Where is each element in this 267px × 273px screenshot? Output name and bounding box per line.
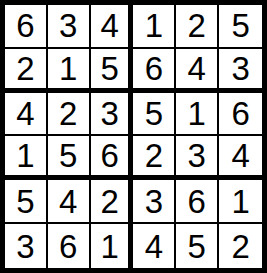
cell-digit: 4	[188, 52, 206, 85]
cell-digit: 3	[59, 9, 77, 42]
sudoku-cell-r1c5[interactable]: 2	[176, 5, 219, 49]
sudoku-cell-r6c1[interactable]: 3	[5, 224, 48, 268]
sudoku-cell-r4c6[interactable]: 4	[219, 136, 262, 180]
cell-digit: 5	[145, 97, 163, 130]
cell-digit: 6	[231, 97, 249, 130]
sudoku-cell-r6c5[interactable]: 5	[176, 224, 219, 268]
cell-digit: 6	[100, 139, 118, 172]
cell-digit: 6	[16, 9, 34, 42]
sudoku-cell-r1c1[interactable]: 6	[5, 5, 48, 49]
cell-digit: 1	[59, 52, 77, 85]
sudoku-cell-r2c6[interactable]: 3	[219, 49, 262, 93]
cell-digit: 4	[16, 97, 34, 130]
cell-digit: 2	[188, 9, 206, 42]
cell-digit: 2	[231, 230, 249, 263]
sudoku-cell-r4c5[interactable]: 3	[176, 136, 219, 180]
cell-digit: 5	[100, 52, 118, 85]
sudoku-cell-r2c3[interactable]: 5	[91, 49, 134, 93]
cell-digit: 4	[231, 139, 249, 172]
sudoku-cell-r2c5[interactable]: 4	[176, 49, 219, 93]
cell-digit: 3	[188, 139, 206, 172]
cell-digit: 5	[188, 230, 206, 263]
sudoku-cell-r1c6[interactable]: 5	[219, 5, 262, 49]
sudoku-cell-r5c1[interactable]: 5	[5, 180, 48, 224]
sudoku-cell-r6c6[interactable]: 2	[219, 224, 262, 268]
cell-digit: 4	[59, 185, 77, 218]
sudoku-cell-r3c3[interactable]: 3	[91, 93, 134, 137]
sudoku-cell-r1c3[interactable]: 4	[91, 5, 134, 49]
sudoku-cell-r2c2[interactable]: 1	[48, 49, 91, 93]
sudoku-cell-r6c4[interactable]: 4	[133, 224, 176, 268]
sudoku-cell-r2c4[interactable]: 6	[133, 49, 176, 93]
cell-digit: 1	[16, 139, 34, 172]
sudoku-cell-r6c2[interactable]: 6	[48, 224, 91, 268]
cell-digit: 5	[59, 139, 77, 172]
sudoku-cell-r5c3[interactable]: 2	[91, 180, 134, 224]
cell-digit: 4	[145, 230, 163, 263]
cell-digit: 3	[231, 52, 249, 85]
cell-digit: 6	[145, 52, 163, 85]
cell-digit: 1	[188, 97, 206, 130]
sudoku-cell-r4c2[interactable]: 5	[48, 136, 91, 180]
cell-digit: 1	[231, 185, 249, 218]
sudoku-cell-r4c4[interactable]: 2	[133, 136, 176, 180]
sudoku-cell-r3c4[interactable]: 5	[133, 93, 176, 137]
sudoku-cell-r1c4[interactable]: 1	[133, 5, 176, 49]
cell-digit: 2	[145, 139, 163, 172]
cell-digit: 4	[100, 9, 118, 42]
sudoku-cell-r5c5[interactable]: 6	[176, 180, 219, 224]
sudoku-cell-r2c1[interactable]: 2	[5, 49, 48, 93]
sudoku-cell-r5c4[interactable]: 3	[133, 180, 176, 224]
sudoku-cell-r5c6[interactable]: 1	[219, 180, 262, 224]
sudoku-board: 634125215643423516156234542361361452	[0, 0, 267, 273]
cell-digit: 3	[16, 230, 34, 263]
sudoku-cell-r1c2[interactable]: 3	[48, 5, 91, 49]
cell-digit: 1	[145, 9, 163, 42]
sudoku-cell-r6c3[interactable]: 1	[91, 224, 134, 268]
cell-digit: 6	[188, 185, 206, 218]
cell-digit: 2	[59, 97, 77, 130]
sudoku-cell-r3c5[interactable]: 1	[176, 93, 219, 137]
cell-digit: 2	[16, 52, 34, 85]
cell-digit: 1	[100, 230, 118, 263]
cell-digit: 2	[100, 185, 118, 218]
sudoku-cell-r4c3[interactable]: 6	[91, 136, 134, 180]
cell-digit: 3	[145, 185, 163, 218]
sudoku-cell-r3c6[interactable]: 6	[219, 93, 262, 137]
cell-digit: 5	[16, 185, 34, 218]
sudoku-cell-r4c1[interactable]: 1	[5, 136, 48, 180]
sudoku-cell-r5c2[interactable]: 4	[48, 180, 91, 224]
sudoku-cell-r3c1[interactable]: 4	[5, 93, 48, 137]
cell-digit: 3	[100, 97, 118, 130]
cell-digit: 5	[231, 9, 249, 42]
cell-digit: 6	[59, 230, 77, 263]
sudoku-cell-r3c2[interactable]: 2	[48, 93, 91, 137]
